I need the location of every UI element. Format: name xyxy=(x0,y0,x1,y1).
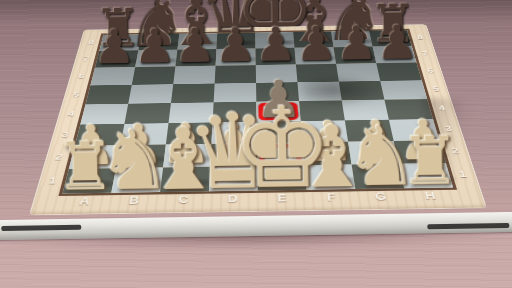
board-rig: ♜♞♝♛♚♝♞♜♟♟♟♟♟♟♟♟♟♟♟♟♟♟♟♟♜♞♝♛♚♝♞♜ ABCDEFG… xyxy=(0,0,512,288)
square-h7[interactable]: ♟ xyxy=(373,46,417,63)
rank-label-left-7: 7 xyxy=(74,56,98,63)
rank-label-right-6: 6 xyxy=(418,67,443,74)
board-foot-slot-right xyxy=(427,223,509,229)
square-e1[interactable]: ♚ xyxy=(257,165,306,190)
piece-white-king-e1[interactable]: ♚ xyxy=(231,92,332,205)
rank-label-left-5: 5 xyxy=(64,91,89,98)
rank-label-right-5: 5 xyxy=(423,85,449,92)
chess-scene: ♜♞♝♛♚♝♞♜♟♟♟♟♟♟♟♟♟♟♟♟♟♟♟♟♜♞♝♛♚♝♞♜ ABCDEFG… xyxy=(0,0,512,288)
rank-label-left-6: 6 xyxy=(69,73,94,80)
square-b5[interactable] xyxy=(128,84,173,104)
rank-label-right-8: 8 xyxy=(408,34,431,40)
board-foot-slot-left xyxy=(1,225,81,231)
rank-label-right-7: 7 xyxy=(413,50,437,57)
board-squares: ♜♞♝♛♚♝♞♜♟♟♟♟♟♟♟♟♟♟♟♟♟♟♟♟♜♞♝♛♚♝♞♜ xyxy=(62,30,452,193)
rank-label-left-8: 8 xyxy=(79,39,102,45)
piece-black-pawn-h7[interactable]: ♟ xyxy=(356,19,438,67)
chess-board[interactable]: ♜♞♝♛♚♝♞♜♟♟♟♟♟♟♟♟♟♟♟♟♟♟♟♟♜♞♝♛♚♝♞♜ ABCDEFG… xyxy=(29,24,487,215)
